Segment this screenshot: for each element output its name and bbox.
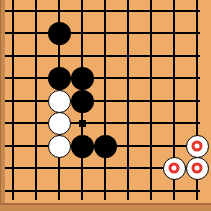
grid-line-horizontal <box>5 100 200 102</box>
white-stone-marked <box>186 135 209 158</box>
grid-line-horizontal <box>5 190 200 192</box>
black-stone <box>71 67 94 90</box>
grid-line-horizontal <box>5 77 200 79</box>
red-circle-marker-icon <box>192 163 203 174</box>
star-point <box>79 120 86 127</box>
go-board <box>0 0 211 211</box>
board-edge-bottom-shadow <box>0 203 211 211</box>
red-circle-marker-icon <box>192 141 203 152</box>
red-circle-marker-icon <box>169 163 180 174</box>
white-stone <box>48 112 71 135</box>
white-stone <box>48 90 71 113</box>
black-stone <box>48 22 71 45</box>
grid-line-horizontal <box>5 10 200 12</box>
white-stone-marked <box>163 157 186 180</box>
black-stone <box>94 135 117 158</box>
black-stone <box>71 90 94 113</box>
grid-line-horizontal <box>5 122 200 124</box>
white-stone-marked <box>186 157 209 180</box>
black-stone <box>71 135 94 158</box>
white-stone <box>48 135 71 158</box>
grid-line-horizontal <box>5 55 200 57</box>
grid-line-horizontal <box>5 32 200 34</box>
black-stone <box>48 67 71 90</box>
